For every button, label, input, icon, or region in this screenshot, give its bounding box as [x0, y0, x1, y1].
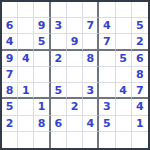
given-digit-r7c3[interactable]: 1 [34, 99, 50, 115]
cell-r6c3[interactable] [34, 83, 50, 99]
cell-r1c1[interactable] [2, 2, 18, 18]
cell-r5c2[interactable] [18, 67, 34, 83]
cell-r2c5[interactable] [67, 18, 83, 34]
given-digit-r2c4[interactable]: 3 [51, 18, 67, 34]
cell-r9c3[interactable] [34, 132, 50, 148]
cell-r5c3[interactable] [34, 67, 50, 83]
given-digit-r3c7[interactable]: 7 [99, 34, 115, 50]
cell-r3c6[interactable] [83, 34, 99, 50]
cell-r4c5[interactable] [67, 51, 83, 67]
cell-r5c5[interactable] [67, 67, 83, 83]
given-digit-r2c6[interactable]: 7 [83, 18, 99, 34]
given-digit-r4c2[interactable]: 4 [18, 51, 34, 67]
given-digit-r3c5[interactable]: 9 [67, 34, 83, 50]
cell-r4c7[interactable] [99, 51, 115, 67]
given-digit-r8c4[interactable]: 6 [51, 116, 67, 132]
cell-r8c8[interactable] [116, 116, 132, 132]
cell-r4c3[interactable] [34, 51, 50, 67]
given-digit-r7c5[interactable]: 2 [67, 99, 83, 115]
cell-r7c2[interactable] [18, 99, 34, 115]
cell-r1c8[interactable] [116, 2, 132, 18]
given-digit-r2c3[interactable]: 9 [34, 18, 50, 34]
given-digit-r4c9[interactable]: 6 [132, 51, 148, 67]
given-digit-r8c1[interactable]: 2 [2, 116, 18, 132]
cell-r2c2[interactable] [18, 18, 34, 34]
given-digit-r6c6[interactable]: 3 [83, 83, 99, 99]
given-digit-r4c8[interactable]: 5 [116, 51, 132, 67]
cell-r1c3[interactable] [34, 2, 50, 18]
given-digit-r2c1[interactable]: 6 [2, 18, 18, 34]
given-digit-r8c3[interactable]: 8 [34, 116, 50, 132]
cell-r9c9[interactable] [132, 132, 148, 148]
cell-r9c8[interactable] [116, 132, 132, 148]
given-digit-r5c1[interactable]: 7 [2, 67, 18, 83]
given-digit-r2c9[interactable]: 5 [132, 18, 148, 34]
cell-r1c2[interactable] [18, 2, 34, 18]
cell-r5c8[interactable] [116, 67, 132, 83]
cell-r9c1[interactable] [2, 132, 18, 148]
cell-r3c8[interactable] [116, 34, 132, 50]
cell-r7c8[interactable] [116, 99, 132, 115]
cell-r6c5[interactable] [67, 83, 83, 99]
given-digit-r4c6[interactable]: 8 [83, 51, 99, 67]
given-digit-r5c9[interactable]: 8 [132, 67, 148, 83]
given-digit-r6c2[interactable]: 1 [18, 83, 34, 99]
cell-r9c6[interactable] [83, 132, 99, 148]
cell-r9c2[interactable] [18, 132, 34, 148]
given-digit-r6c9[interactable]: 7 [132, 83, 148, 99]
cell-r9c5[interactable] [67, 132, 83, 148]
given-digit-r8c7[interactable]: 5 [99, 116, 115, 132]
given-digit-r3c9[interactable]: 2 [132, 34, 148, 50]
cell-r1c4[interactable] [51, 2, 67, 18]
cell-r5c6[interactable] [83, 67, 99, 83]
cell-r1c5[interactable] [67, 2, 83, 18]
given-digit-r6c1[interactable]: 8 [2, 83, 18, 99]
cell-r3c2[interactable] [18, 34, 34, 50]
cell-r1c9[interactable] [132, 2, 148, 18]
cell-r8c5[interactable] [67, 116, 83, 132]
given-digit-r6c8[interactable]: 4 [116, 83, 132, 99]
given-digit-r6c4[interactable]: 5 [51, 83, 67, 99]
cell-r8c2[interactable] [18, 116, 34, 132]
sudoku-board: 693745459729428567881534751234286451 [0, 0, 150, 150]
cell-r6c7[interactable] [99, 83, 115, 99]
cell-r7c4[interactable] [51, 99, 67, 115]
given-digit-r3c3[interactable]: 5 [34, 34, 50, 50]
cell-r1c6[interactable] [83, 2, 99, 18]
given-digit-r4c1[interactable]: 9 [2, 51, 18, 67]
cell-r1c7[interactable] [99, 2, 115, 18]
cell-r5c7[interactable] [99, 67, 115, 83]
given-digit-r3c1[interactable]: 4 [2, 34, 18, 50]
given-digit-r8c6[interactable]: 4 [83, 116, 99, 132]
given-digit-r8c9[interactable]: 1 [132, 116, 148, 132]
cell-r7c6[interactable] [83, 99, 99, 115]
given-digit-r2c7[interactable]: 4 [99, 18, 115, 34]
cell-r9c4[interactable] [51, 132, 67, 148]
cell-r2c8[interactable] [116, 18, 132, 34]
cell-r9c7[interactable] [99, 132, 115, 148]
cell-r3c4[interactable] [51, 34, 67, 50]
cell-r5c4[interactable] [51, 67, 67, 83]
given-digit-r7c7[interactable]: 3 [99, 99, 115, 115]
given-digit-r4c4[interactable]: 2 [51, 51, 67, 67]
given-digit-r7c9[interactable]: 4 [132, 99, 148, 115]
given-digit-r7c1[interactable]: 5 [2, 99, 18, 115]
